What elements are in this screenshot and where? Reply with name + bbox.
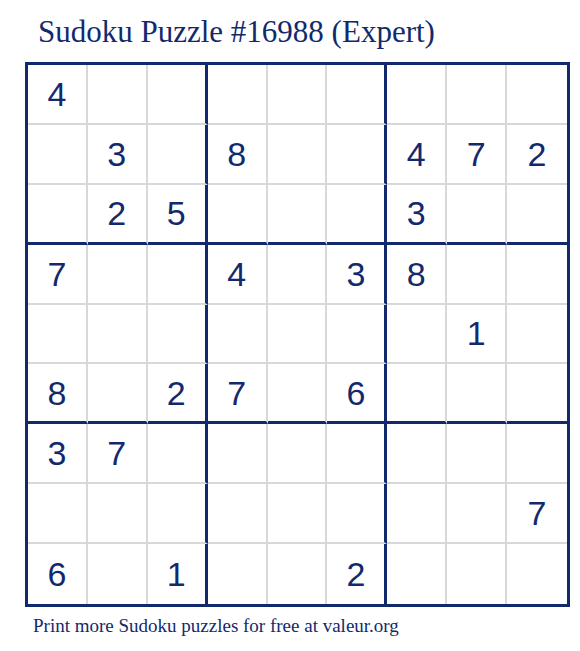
cell-r9c5	[268, 544, 328, 604]
cell-r7c8	[447, 424, 507, 484]
cell-r9c8	[447, 544, 507, 604]
sudoku-board: 438472253743818276377612	[25, 62, 570, 607]
cell-r8c2	[88, 484, 148, 544]
cell-r1c2	[88, 65, 148, 125]
cell-r4c1: 7	[28, 245, 88, 305]
cell-r2c7: 4	[387, 125, 447, 185]
cell-r3c6	[327, 185, 387, 245]
cell-r2c4: 8	[208, 125, 268, 185]
cell-r1c1: 4	[28, 65, 88, 125]
cell-r7c7	[387, 424, 447, 484]
cell-r8c6	[327, 484, 387, 544]
cell-r1c9	[507, 65, 567, 125]
cell-r9c6: 2	[327, 544, 387, 604]
cell-r6c3: 2	[148, 364, 208, 424]
page: Sudoku Puzzle #16988 (Expert) 4384722537…	[0, 0, 580, 651]
cell-r6c6: 6	[327, 364, 387, 424]
cell-r3c8	[447, 185, 507, 245]
cell-r9c2	[88, 544, 148, 604]
cell-r8c8	[447, 484, 507, 544]
cell-r7c4	[208, 424, 268, 484]
cell-r9c7	[387, 544, 447, 604]
cell-r2c5	[268, 125, 328, 185]
cell-r4c6: 3	[327, 245, 387, 305]
cell-r5c5	[268, 305, 328, 365]
cell-r2c2: 3	[88, 125, 148, 185]
cell-r4c7: 8	[387, 245, 447, 305]
cell-r3c7: 3	[387, 185, 447, 245]
cell-r8c4	[208, 484, 268, 544]
cell-r1c5	[268, 65, 328, 125]
cell-r3c1	[28, 185, 88, 245]
cell-r5c3	[148, 305, 208, 365]
cell-r5c4	[208, 305, 268, 365]
cell-r4c5	[268, 245, 328, 305]
cell-r5c9	[507, 305, 567, 365]
cell-r3c5	[268, 185, 328, 245]
cell-r6c9	[507, 364, 567, 424]
cell-r1c7	[387, 65, 447, 125]
cell-r4c9	[507, 245, 567, 305]
cell-r9c1: 6	[28, 544, 88, 604]
cell-r9c9	[507, 544, 567, 604]
cell-r9c3: 1	[148, 544, 208, 604]
cell-r7c1: 3	[28, 424, 88, 484]
cell-r7c5	[268, 424, 328, 484]
cell-r2c6	[327, 125, 387, 185]
cell-r4c3	[148, 245, 208, 305]
cell-r7c3	[148, 424, 208, 484]
cell-r6c8	[447, 364, 507, 424]
cell-r3c2: 2	[88, 185, 148, 245]
cell-r5c6	[327, 305, 387, 365]
cell-r3c3: 5	[148, 185, 208, 245]
cell-r4c8	[447, 245, 507, 305]
cell-r8c1	[28, 484, 88, 544]
cell-r1c6	[327, 65, 387, 125]
footer-text: Print more Sudoku puzzles for free at va…	[33, 615, 399, 637]
cell-r2c3	[148, 125, 208, 185]
page-title: Sudoku Puzzle #16988 (Expert)	[38, 14, 435, 50]
cell-r1c8	[447, 65, 507, 125]
cell-r5c7	[387, 305, 447, 365]
cell-r7c2: 7	[88, 424, 148, 484]
cell-r1c3	[148, 65, 208, 125]
cell-r6c4: 7	[208, 364, 268, 424]
cell-r6c5	[268, 364, 328, 424]
cell-r6c7	[387, 364, 447, 424]
cell-r8c9: 7	[507, 484, 567, 544]
cell-r2c1	[28, 125, 88, 185]
cell-r3c4	[208, 185, 268, 245]
cell-r5c1	[28, 305, 88, 365]
cell-r6c2	[88, 364, 148, 424]
cell-r8c5	[268, 484, 328, 544]
cell-r1c4	[208, 65, 268, 125]
cell-r7c6	[327, 424, 387, 484]
cell-r8c3	[148, 484, 208, 544]
cell-r9c4	[208, 544, 268, 604]
cell-r4c2	[88, 245, 148, 305]
cell-r4c4: 4	[208, 245, 268, 305]
cell-r2c9: 2	[507, 125, 567, 185]
cell-r5c8: 1	[447, 305, 507, 365]
cell-r5c2	[88, 305, 148, 365]
cell-r3c9	[507, 185, 567, 245]
cell-r2c8: 7	[447, 125, 507, 185]
cell-r6c1: 8	[28, 364, 88, 424]
cell-r7c9	[507, 424, 567, 484]
cell-r8c7	[387, 484, 447, 544]
